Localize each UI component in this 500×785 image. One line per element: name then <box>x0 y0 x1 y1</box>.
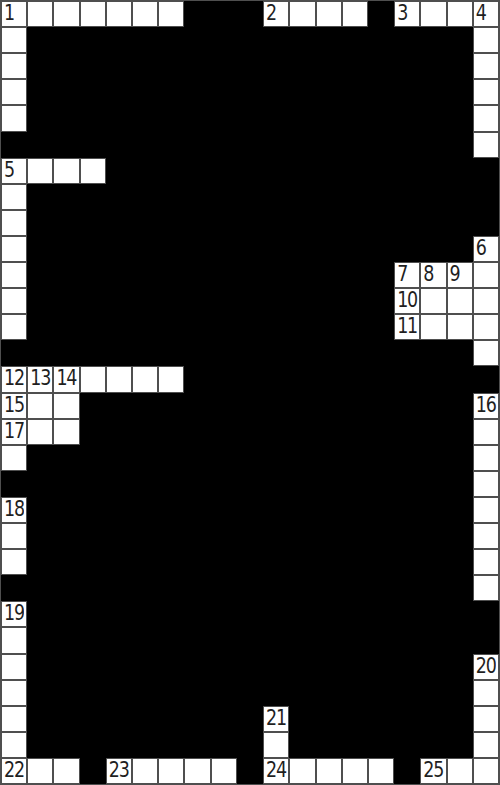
black-cell-r4-c2 <box>53 105 79 131</box>
black-cell-r3-c1 <box>27 79 53 105</box>
black-cell-r14-c15 <box>394 366 420 392</box>
black-cell-r22-c8 <box>211 575 237 601</box>
cell-r22-c18[interactable] <box>473 575 499 601</box>
cell-r11-c18[interactable] <box>473 288 499 314</box>
black-cell-r13-c14 <box>368 340 394 366</box>
black-cell-r19-c11 <box>289 497 315 523</box>
black-cell-r13-c3 <box>80 340 106 366</box>
black-cell-r26-c10 <box>263 680 289 706</box>
black-cell-r7-c6 <box>158 184 184 210</box>
black-cell-r1-c4 <box>106 27 132 53</box>
cell-r15-c1[interactable] <box>27 393 53 419</box>
cell-r0-c18[interactable]: 4 <box>473 1 499 27</box>
black-cell-r23-c13 <box>342 601 368 627</box>
black-cell-r3-c15 <box>394 79 420 105</box>
black-cell-r7-c4 <box>106 184 132 210</box>
cell-r29-c2[interactable] <box>53 758 79 784</box>
black-cell-r10-c14 <box>368 262 394 288</box>
black-cell-r1-c1 <box>27 27 53 53</box>
black-cell-r4-c6 <box>158 105 184 131</box>
cell-r29-c12[interactable] <box>316 758 342 784</box>
cell-r0-c16[interactable] <box>420 1 446 27</box>
black-cell-r19-c7 <box>184 497 210 523</box>
cell-r29-c5[interactable] <box>132 758 158 784</box>
black-cell-r17-c12 <box>316 445 342 471</box>
cell-r13-c18[interactable] <box>473 340 499 366</box>
black-cell-r4-c4 <box>106 105 132 131</box>
cell-r17-c0[interactable] <box>1 445 27 471</box>
black-cell-r13-c13 <box>342 340 368 366</box>
black-cell-r19-c12 <box>316 497 342 523</box>
black-cell-r10-c1 <box>27 262 53 288</box>
black-cell-r18-c3 <box>80 471 106 497</box>
cell-r19-c18[interactable] <box>473 497 499 523</box>
cell-r27-c0[interactable] <box>1 706 27 732</box>
black-cell-r27-c12 <box>316 706 342 732</box>
black-cell-r21-c2 <box>53 549 79 575</box>
cell-r29-c4[interactable]: 23 <box>106 758 132 784</box>
black-cell-r28-c5 <box>132 732 158 758</box>
black-cell-r2-c17 <box>447 53 473 79</box>
black-cell-r1-c6 <box>158 27 184 53</box>
black-cell-r1-c13 <box>342 27 368 53</box>
cell-r9-c18[interactable]: 6 <box>473 236 499 262</box>
cell-r6-c1[interactable] <box>27 158 53 184</box>
cell-r10-c18[interactable] <box>473 262 499 288</box>
black-cell-r22-c10 <box>263 575 289 601</box>
black-cell-r12-c9 <box>237 314 263 340</box>
black-cell-r1-c2 <box>53 27 79 53</box>
black-cell-r10-c11 <box>289 262 315 288</box>
black-cell-r19-c1 <box>27 497 53 523</box>
cell-r0-c2[interactable] <box>53 1 79 27</box>
black-cell-r9-c1 <box>27 236 53 262</box>
black-cell-r3-c14 <box>368 79 394 105</box>
cell-r28-c18[interactable] <box>473 732 499 758</box>
black-cell-r24-c12 <box>316 627 342 653</box>
black-cell-r11-c12 <box>316 288 342 314</box>
black-cell-r8-c9 <box>237 210 263 236</box>
cell-r14-c6[interactable] <box>158 366 184 392</box>
black-cell-r18-c15 <box>394 471 420 497</box>
black-cell-r22-c4 <box>106 575 132 601</box>
cell-r16-c2[interactable] <box>53 419 79 445</box>
black-cell-r4-c12 <box>316 105 342 131</box>
black-cell-r2-c16 <box>420 53 446 79</box>
black-cell-r15-c11 <box>289 393 315 419</box>
cell-r12-c16[interactable] <box>420 314 446 340</box>
cell-r10-c0[interactable] <box>1 262 27 288</box>
black-cell-r5-c14 <box>368 132 394 158</box>
cell-r6-c0[interactable]: 5 <box>1 158 27 184</box>
black-cell-r7-c5 <box>132 184 158 210</box>
black-cell-r24-c2 <box>53 627 79 653</box>
black-cell-r22-c9 <box>237 575 263 601</box>
black-cell-r15-c7 <box>184 393 210 419</box>
black-cell-r25-c17 <box>447 654 473 680</box>
black-cell-r27-c6 <box>158 706 184 732</box>
black-cell-r26-c7 <box>184 680 210 706</box>
cell-r4-c18[interactable] <box>473 105 499 131</box>
cell-r14-c1[interactable]: 13 <box>27 366 53 392</box>
black-cell-r11-c13 <box>342 288 368 314</box>
cell-r0-c17[interactable] <box>447 1 473 27</box>
black-cell-r2-c12 <box>316 53 342 79</box>
black-cell-r9-c13 <box>342 236 368 262</box>
black-cell-r23-c11 <box>289 601 315 627</box>
clue-number-23: 23 <box>109 760 129 781</box>
black-cell-r10-c6 <box>158 262 184 288</box>
black-cell-r9-c12 <box>316 236 342 262</box>
cell-r29-c18[interactable] <box>473 758 499 784</box>
black-cell-r18-c0 <box>1 471 27 497</box>
cell-r12-c18[interactable] <box>473 314 499 340</box>
black-cell-r9-c9 <box>237 236 263 262</box>
black-cell-r12-c5 <box>132 314 158 340</box>
black-cell-r21-c4 <box>106 549 132 575</box>
cell-r29-c6[interactable] <box>158 758 184 784</box>
cell-r12-c0[interactable] <box>1 314 27 340</box>
black-cell-r6-c8 <box>211 158 237 184</box>
black-cell-r8-c7 <box>184 210 210 236</box>
cell-r23-c0[interactable]: 19 <box>1 601 27 627</box>
black-cell-r8-c1 <box>27 210 53 236</box>
black-cell-r22-c1 <box>27 575 53 601</box>
black-cell-r25-c16 <box>420 654 446 680</box>
black-cell-r8-c11 <box>289 210 315 236</box>
black-cell-r28-c15 <box>394 732 420 758</box>
black-cell-r27-c9 <box>237 706 263 732</box>
clue-number-7: 7 <box>397 264 407 285</box>
cell-r5-c18[interactable] <box>473 132 499 158</box>
black-cell-r1-c8 <box>211 27 237 53</box>
cell-r2-c18[interactable] <box>473 53 499 79</box>
black-cell-r7-c1 <box>27 184 53 210</box>
black-cell-r28-c3 <box>80 732 106 758</box>
cell-r29-c13[interactable] <box>342 758 368 784</box>
black-cell-r13-c9 <box>237 340 263 366</box>
cell-r11-c17[interactable] <box>447 288 473 314</box>
clue-number-10: 10 <box>397 290 417 311</box>
black-cell-r2-c4 <box>106 53 132 79</box>
cell-r25-c0[interactable] <box>1 654 27 680</box>
cell-r29-c0[interactable]: 22 <box>1 758 27 784</box>
black-cell-r28-c6 <box>158 732 184 758</box>
black-cell-r26-c15 <box>394 680 420 706</box>
cell-r3-c18[interactable] <box>473 79 499 105</box>
cell-r16-c1[interactable] <box>27 419 53 445</box>
cell-r15-c0[interactable]: 15 <box>1 393 27 419</box>
black-cell-r3-c8 <box>211 79 237 105</box>
black-cell-r27-c11 <box>289 706 315 732</box>
cell-r28-c0[interactable] <box>1 732 27 758</box>
cell-r0-c6[interactable] <box>158 1 184 27</box>
black-cell-r21-c8 <box>211 549 237 575</box>
cell-r9-c0[interactable] <box>1 236 27 262</box>
black-cell-r13-c11 <box>289 340 315 366</box>
black-cell-r11-c4 <box>106 288 132 314</box>
cell-r1-c18[interactable] <box>473 27 499 53</box>
cell-r14-c3[interactable] <box>80 366 106 392</box>
cell-r29-c8[interactable] <box>211 758 237 784</box>
cell-r12-c15[interactable]: 11 <box>394 314 420 340</box>
cell-r29-c16[interactable]: 25 <box>420 758 446 784</box>
black-cell-r24-c17 <box>447 627 473 653</box>
black-cell-r15-c8 <box>211 393 237 419</box>
black-cell-r6-c5 <box>132 158 158 184</box>
cell-r0-c10[interactable]: 2 <box>263 1 289 27</box>
black-cell-r9-c16 <box>420 236 446 262</box>
black-cell-r23-c10 <box>263 601 289 627</box>
black-cell-r4-c14 <box>368 105 394 131</box>
clue-number-14: 14 <box>56 368 76 389</box>
black-cell-r5-c4 <box>106 132 132 158</box>
cell-r19-c0[interactable]: 18 <box>1 497 27 523</box>
cell-r1-c0[interactable] <box>1 27 27 53</box>
cell-r24-c0[interactable] <box>1 627 27 653</box>
cell-r2-c0[interactable] <box>1 53 27 79</box>
black-cell-r13-c6 <box>158 340 184 366</box>
clue-number-11: 11 <box>397 316 417 337</box>
black-cell-r2-c8 <box>211 53 237 79</box>
clue-number-2: 2 <box>266 3 276 24</box>
cell-r0-c12[interactable] <box>316 1 342 27</box>
black-cell-r20-c11 <box>289 523 315 549</box>
black-cell-r5-c1 <box>27 132 53 158</box>
black-cell-r14-c17 <box>447 366 473 392</box>
black-cell-r14-c8 <box>211 366 237 392</box>
black-cell-r17-c9 <box>237 445 263 471</box>
black-cell-r16-c9 <box>237 419 263 445</box>
black-cell-r10-c8 <box>211 262 237 288</box>
clue-number-8: 8 <box>423 264 433 285</box>
black-cell-r18-c6 <box>158 471 184 497</box>
clue-number-15: 15 <box>4 395 24 416</box>
cell-r29-c7[interactable] <box>184 758 210 784</box>
cell-r21-c18[interactable] <box>473 549 499 575</box>
black-cell-r8-c18 <box>473 210 499 236</box>
black-cell-r3-c12 <box>316 79 342 105</box>
cell-r0-c4[interactable] <box>106 1 132 27</box>
black-cell-r16-c4 <box>106 419 132 445</box>
black-cell-r4-c9 <box>237 105 263 131</box>
cell-r15-c2[interactable] <box>53 393 79 419</box>
black-cell-r17-c7 <box>184 445 210 471</box>
black-cell-r19-c9 <box>237 497 263 523</box>
black-cell-r26-c4 <box>106 680 132 706</box>
black-cell-r28-c12 <box>316 732 342 758</box>
black-cell-r15-c10 <box>263 393 289 419</box>
black-cell-r27-c7 <box>184 706 210 732</box>
black-cell-r18-c2 <box>53 471 79 497</box>
cell-r6-c3[interactable] <box>80 158 106 184</box>
black-cell-r24-c1 <box>27 627 53 653</box>
black-cell-r24-c3 <box>80 627 106 653</box>
cell-r0-c1[interactable] <box>27 1 53 27</box>
cell-r29-c11[interactable] <box>289 758 315 784</box>
black-cell-r22-c15 <box>394 575 420 601</box>
cell-r27-c18[interactable] <box>473 706 499 732</box>
black-cell-r20-c3 <box>80 523 106 549</box>
black-cell-r4-c11 <box>289 105 315 131</box>
cell-r8-c0[interactable] <box>1 210 27 236</box>
clue-number-18: 18 <box>4 499 24 520</box>
black-cell-r12-c1 <box>27 314 53 340</box>
cell-r11-c0[interactable] <box>1 288 27 314</box>
cell-r29-c17[interactable] <box>447 758 473 784</box>
black-cell-r13-c16 <box>420 340 446 366</box>
black-cell-r14-c9 <box>237 366 263 392</box>
cell-r18-c18[interactable] <box>473 471 499 497</box>
black-cell-r5-c5 <box>132 132 158 158</box>
black-cell-r13-c10 <box>263 340 289 366</box>
black-cell-r29-c3 <box>80 758 106 784</box>
cell-r0-c11[interactable] <box>289 1 315 27</box>
black-cell-r16-c15 <box>394 419 420 445</box>
black-cell-r26-c11 <box>289 680 315 706</box>
cell-r3-c0[interactable] <box>1 79 27 105</box>
cell-r14-c0[interactable]: 12 <box>1 366 27 392</box>
black-cell-r14-c7 <box>184 366 210 392</box>
cell-r15-c18[interactable]: 16 <box>473 393 499 419</box>
black-cell-r20-c14 <box>368 523 394 549</box>
black-cell-r6-c6 <box>158 158 184 184</box>
black-cell-r26-c14 <box>368 680 394 706</box>
black-cell-r3-c11 <box>289 79 315 105</box>
black-cell-r23-c16 <box>420 601 446 627</box>
black-cell-r16-c7 <box>184 419 210 445</box>
black-cell-r18-c16 <box>420 471 446 497</box>
black-cell-r15-c4 <box>106 393 132 419</box>
black-cell-r2-c6 <box>158 53 184 79</box>
black-cell-r23-c8 <box>211 601 237 627</box>
black-cell-r24-c7 <box>184 627 210 653</box>
cell-r16-c18[interactable] <box>473 419 499 445</box>
cell-r6-c2[interactable] <box>53 158 79 184</box>
black-cell-r7-c13 <box>342 184 368 210</box>
cell-r0-c0[interactable]: 1 <box>1 1 27 27</box>
clue-number-25: 25 <box>423 760 443 781</box>
clue-number-13: 13 <box>30 368 50 389</box>
black-cell-r13-c2 <box>53 340 79 366</box>
black-cell-r0-c14 <box>368 1 394 27</box>
black-cell-r20-c2 <box>53 523 79 549</box>
black-cell-r8-c5 <box>132 210 158 236</box>
cell-r14-c4[interactable] <box>106 366 132 392</box>
cell-r14-c5[interactable] <box>132 366 158 392</box>
black-cell-r16-c16 <box>420 419 446 445</box>
black-cell-r3-c7 <box>184 79 210 105</box>
black-cell-r9-c8 <box>211 236 237 262</box>
black-cell-r12-c10 <box>263 314 289 340</box>
cell-r11-c15[interactable]: 10 <box>394 288 420 314</box>
cell-r17-c18[interactable] <box>473 445 499 471</box>
cell-r26-c18[interactable] <box>473 680 499 706</box>
black-cell-r5-c11 <box>289 132 315 158</box>
cell-r25-c18[interactable]: 20 <box>473 654 499 680</box>
black-cell-r6-c10 <box>263 158 289 184</box>
black-cell-r24-c6 <box>158 627 184 653</box>
black-cell-r11-c5 <box>132 288 158 314</box>
black-cell-r17-c16 <box>420 445 446 471</box>
cell-r29-c14[interactable] <box>368 758 394 784</box>
black-cell-r2-c3 <box>80 53 106 79</box>
black-cell-r22-c2 <box>53 575 79 601</box>
black-cell-r1-c17 <box>447 27 473 53</box>
cell-r0-c15[interactable]: 3 <box>394 1 420 27</box>
black-cell-r1-c10 <box>263 27 289 53</box>
cell-r10-c16[interactable]: 8 <box>420 262 446 288</box>
black-cell-r8-c14 <box>368 210 394 236</box>
cell-r16-c0[interactable]: 17 <box>1 419 27 445</box>
cell-r10-c15[interactable]: 7 <box>394 262 420 288</box>
black-cell-r21-c13 <box>342 549 368 575</box>
cell-r4-c0[interactable] <box>1 105 27 131</box>
cell-r28-c10[interactable] <box>263 732 289 758</box>
black-cell-r15-c16 <box>420 393 446 419</box>
black-cell-r28-c17 <box>447 732 473 758</box>
clue-number-21: 21 <box>266 708 286 729</box>
cell-r27-c10[interactable]: 21 <box>263 706 289 732</box>
black-cell-r3-c17 <box>447 79 473 105</box>
cell-r0-c3[interactable] <box>80 1 106 27</box>
black-cell-r7-c12 <box>316 184 342 210</box>
black-cell-r12-c7 <box>184 314 210 340</box>
black-cell-r8-c6 <box>158 210 184 236</box>
cell-r20-c0[interactable] <box>1 523 27 549</box>
black-cell-r2-c11 <box>289 53 315 79</box>
black-cell-r9-c10 <box>263 236 289 262</box>
black-cell-r16-c11 <box>289 419 315 445</box>
black-cell-r27-c17 <box>447 706 473 732</box>
black-cell-r27-c1 <box>27 706 53 732</box>
cell-r14-c2[interactable]: 14 <box>53 366 79 392</box>
cell-r20-c18[interactable] <box>473 523 499 549</box>
black-cell-r17-c4 <box>106 445 132 471</box>
cell-r7-c0[interactable] <box>1 184 27 210</box>
cell-r10-c17[interactable]: 9 <box>447 262 473 288</box>
cell-r0-c5[interactable] <box>132 1 158 27</box>
black-cell-r21-c10 <box>263 549 289 575</box>
cell-r29-c10[interactable]: 24 <box>263 758 289 784</box>
black-cell-r6-c12 <box>316 158 342 184</box>
cell-r29-c1[interactable] <box>27 758 53 784</box>
black-cell-r8-c2 <box>53 210 79 236</box>
black-cell-r21-c6 <box>158 549 184 575</box>
clue-number-24: 24 <box>266 760 286 781</box>
black-cell-r12-c4 <box>106 314 132 340</box>
cell-r26-c0[interactable] <box>1 680 27 706</box>
black-cell-r19-c16 <box>420 497 446 523</box>
black-cell-r28-c11 <box>289 732 315 758</box>
black-cell-r21-c11 <box>289 549 315 575</box>
black-cell-r25-c1 <box>27 654 53 680</box>
black-cell-r11-c11 <box>289 288 315 314</box>
black-cell-r0-c8 <box>211 1 237 27</box>
black-cell-r4-c5 <box>132 105 158 131</box>
cell-r12-c17[interactable] <box>447 314 473 340</box>
black-cell-r25-c5 <box>132 654 158 680</box>
black-cell-r2-c5 <box>132 53 158 79</box>
cell-r21-c0[interactable] <box>1 549 27 575</box>
black-cell-r5-c16 <box>420 132 446 158</box>
clue-number-17: 17 <box>4 421 24 442</box>
cell-r0-c13[interactable] <box>342 1 368 27</box>
black-cell-r5-c0 <box>1 132 27 158</box>
black-cell-r8-c4 <box>106 210 132 236</box>
black-cell-r4-c13 <box>342 105 368 131</box>
cell-r11-c16[interactable] <box>420 288 446 314</box>
